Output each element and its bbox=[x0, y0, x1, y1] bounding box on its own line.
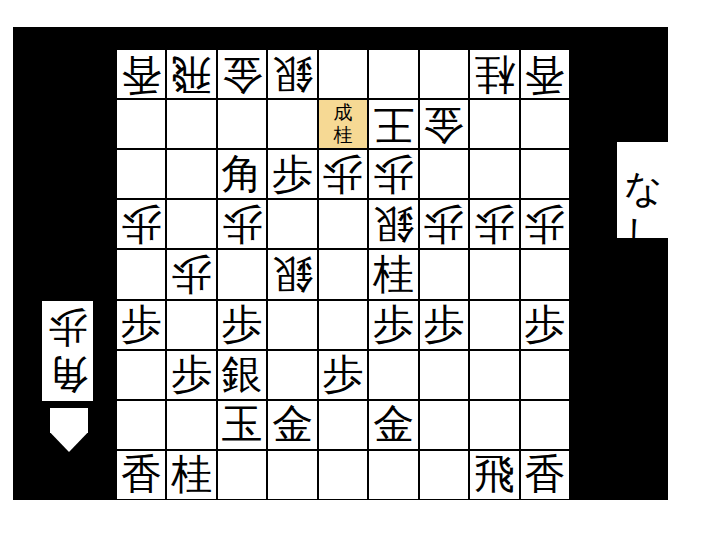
board-cell-r8c1[interactable] bbox=[117, 401, 165, 449]
board-cell-r1c5[interactable] bbox=[319, 50, 367, 98]
sente-piece: 桂 bbox=[373, 254, 414, 295]
board-cell-r3c1[interactable] bbox=[117, 150, 165, 198]
board-cell-r4c5[interactable] bbox=[319, 200, 367, 248]
board-cell-r1c7[interactable] bbox=[420, 50, 468, 98]
board-cell-r3c8[interactable] bbox=[470, 150, 518, 198]
board-cell-r7c1[interactable] bbox=[117, 351, 165, 399]
board-cell-r1c8[interactable]: 桂 bbox=[470, 50, 518, 98]
board-cell-r5c6[interactable]: 桂 bbox=[369, 250, 417, 298]
sente-piece: 角 bbox=[222, 154, 263, 195]
sente-piece: 歩 bbox=[222, 304, 263, 345]
board-cell-r1c1[interactable]: 香 bbox=[117, 50, 165, 98]
board-cell-r2c7[interactable]: 金 bbox=[420, 100, 468, 148]
board-cell-r4c8[interactable]: 歩 bbox=[470, 200, 518, 248]
board-cell-r9c9[interactable]: 香 bbox=[521, 451, 569, 499]
sente-piece: 歩 bbox=[322, 354, 363, 395]
board-cell-r4c4[interactable] bbox=[268, 200, 316, 248]
sente-piece: 飛 bbox=[474, 454, 515, 495]
gote-piece: 歩 bbox=[474, 204, 515, 245]
sente-piece: 成桂 bbox=[333, 102, 352, 146]
sente-piece: 玉 bbox=[222, 404, 263, 445]
board-cell-r1c3[interactable]: 金 bbox=[218, 50, 266, 98]
board-cell-r9c6[interactable] bbox=[369, 451, 417, 499]
gote-piece: 金 bbox=[222, 54, 263, 95]
board-cell-r6c6[interactable]: 歩 bbox=[369, 301, 417, 349]
board-cell-r2c9[interactable] bbox=[521, 100, 569, 148]
board-cell-r4c6[interactable]: 銀 bbox=[369, 200, 417, 248]
board-cell-r6c7[interactable]: 歩 bbox=[420, 301, 468, 349]
sente-hand-none-label: なし bbox=[622, 144, 664, 237]
board-cell-r2c8[interactable] bbox=[470, 100, 518, 148]
sente-piece: 歩 bbox=[524, 304, 565, 345]
board-cell-r6c8[interactable] bbox=[470, 301, 518, 349]
board-cell-r6c3[interactable]: 歩 bbox=[218, 301, 266, 349]
sente-piece: 香 bbox=[121, 454, 162, 495]
board-cell-r8c3[interactable]: 玉 bbox=[218, 401, 266, 449]
board-cell-r1c9[interactable]: 香 bbox=[521, 50, 569, 98]
board-cell-r3c5[interactable]: 歩 bbox=[319, 150, 367, 198]
board-cell-r2c6[interactable]: 王 bbox=[369, 100, 417, 148]
board-cell-r5c5[interactable] bbox=[319, 250, 367, 298]
board-cell-r1c4[interactable]: 銀 bbox=[268, 50, 316, 98]
gote-hand-piece[interactable]: 歩 bbox=[48, 304, 88, 351]
gote-piece: 歩 bbox=[171, 254, 212, 295]
board-cell-r4c7[interactable]: 歩 bbox=[420, 200, 468, 248]
board-cell-r7c3[interactable]: 銀 bbox=[218, 351, 266, 399]
board-cell-r2c1[interactable] bbox=[117, 100, 165, 148]
board-cell-r7c4[interactable] bbox=[268, 351, 316, 399]
board-cell-r7c7[interactable] bbox=[420, 351, 468, 399]
board-cell-r3c9[interactable] bbox=[521, 150, 569, 198]
gote-hand-box[interactable]: 歩角 bbox=[42, 301, 93, 401]
sente-piece: 銀 bbox=[222, 354, 263, 395]
sente-piece: 歩 bbox=[272, 154, 313, 195]
shogi-board: 香飛金銀桂香成桂王金角歩歩歩歩歩銀歩歩歩歩銀桂歩歩歩歩歩歩銀歩玉金金香桂飛香 bbox=[117, 50, 569, 499]
board-cell-r8c7[interactable] bbox=[420, 401, 468, 449]
board-cell-r8c2[interactable] bbox=[167, 401, 215, 449]
board-cell-r1c2[interactable]: 飛 bbox=[167, 50, 215, 98]
gote-piece: 歩 bbox=[322, 154, 363, 195]
gote-piece: 歩 bbox=[373, 154, 414, 195]
gote-piece: 歩 bbox=[222, 204, 263, 245]
board-cell-r9c1[interactable]: 香 bbox=[117, 451, 165, 499]
sente-piece: 歩 bbox=[121, 304, 162, 345]
gote-piece: 香 bbox=[121, 54, 162, 95]
board-cell-r9c2[interactable]: 桂 bbox=[167, 451, 215, 499]
board-cell-r5c7[interactable] bbox=[420, 250, 468, 298]
board-cell-r7c9[interactable] bbox=[521, 351, 569, 399]
sente-piece: 歩 bbox=[373, 304, 414, 345]
sente-piece: 金 bbox=[272, 404, 313, 445]
board-cell-r4c3[interactable]: 歩 bbox=[218, 200, 266, 248]
board-cell-r6c2[interactable] bbox=[167, 301, 215, 349]
gote-piece: 飛 bbox=[171, 54, 212, 95]
board-cell-r8c5[interactable] bbox=[319, 401, 367, 449]
board-cell-r6c5[interactable] bbox=[319, 301, 367, 349]
board-cell-r9c8[interactable]: 飛 bbox=[470, 451, 518, 499]
board-cell-r6c1[interactable]: 歩 bbox=[117, 301, 165, 349]
gote-piece: 歩 bbox=[121, 204, 162, 245]
board-cell-r9c3[interactable] bbox=[218, 451, 266, 499]
board-cell-r4c9[interactable]: 歩 bbox=[521, 200, 569, 248]
board-cell-r3c4[interactable]: 歩 bbox=[268, 150, 316, 198]
board-cell-r7c2[interactable]: 歩 bbox=[167, 351, 215, 399]
board-cell-r1c6[interactable] bbox=[369, 50, 417, 98]
gote-piece: 歩 bbox=[423, 204, 464, 245]
board-cell-r8c6[interactable]: 金 bbox=[369, 401, 417, 449]
gote-piece: 歩 bbox=[524, 204, 565, 245]
board-cell-r3c7[interactable] bbox=[420, 150, 468, 198]
board-cell-r5c4[interactable]: 銀 bbox=[268, 250, 316, 298]
board-cell-r7c6[interactable] bbox=[369, 351, 417, 399]
board-cell-r8c8[interactable] bbox=[470, 401, 518, 449]
board-cell-r6c4[interactable] bbox=[268, 301, 316, 349]
board-cell-r3c2[interactable] bbox=[167, 150, 215, 198]
board-cell-r9c7[interactable] bbox=[420, 451, 468, 499]
gote-piece: 王 bbox=[373, 104, 414, 145]
board-cell-r9c5[interactable] bbox=[319, 451, 367, 499]
sente-piece: 桂 bbox=[171, 454, 212, 495]
board-cell-r5c3[interactable] bbox=[218, 250, 266, 298]
board-cell-r5c9[interactable] bbox=[521, 250, 569, 298]
board-cell-r2c3[interactable] bbox=[218, 100, 266, 148]
gote-piece: 銀 bbox=[373, 204, 414, 245]
board-cell-r7c8[interactable] bbox=[470, 351, 518, 399]
gote-piece: 香 bbox=[524, 54, 565, 95]
board-cell-r4c1[interactable]: 歩 bbox=[117, 200, 165, 248]
board-cell-r2c5[interactable]: 成桂 bbox=[319, 100, 367, 148]
sente-hand-box: なし bbox=[617, 142, 668, 238]
board-cell-r4c2[interactable] bbox=[167, 200, 215, 248]
sente-piece: 歩 bbox=[171, 354, 212, 395]
sente-piece: 歩 bbox=[423, 304, 464, 345]
gote-piece: 銀 bbox=[272, 54, 313, 95]
page: { "game": "shogi", "position": { "sfen":… bbox=[0, 0, 719, 552]
board-cell-r9c4[interactable] bbox=[268, 451, 316, 499]
gote-hand-piece[interactable]: 角 bbox=[48, 351, 88, 398]
gote-piece: 桂 bbox=[474, 54, 515, 95]
board-cell-r6c9[interactable]: 歩 bbox=[521, 301, 569, 349]
sente-piece: 金 bbox=[373, 404, 414, 445]
gote-piece: 金 bbox=[423, 104, 464, 145]
board-cell-r5c8[interactable] bbox=[470, 250, 518, 298]
board-cell-r2c2[interactable] bbox=[167, 100, 215, 148]
gote-piece: 銀 bbox=[272, 254, 313, 295]
board-cell-r8c9[interactable] bbox=[521, 401, 569, 449]
board-cell-r3c6[interactable]: 歩 bbox=[369, 150, 417, 198]
board-cell-r5c2[interactable]: 歩 bbox=[167, 250, 215, 298]
board-cell-r7c5[interactable]: 歩 bbox=[319, 351, 367, 399]
sente-piece: 香 bbox=[524, 454, 565, 495]
board-cell-r5c1[interactable] bbox=[117, 250, 165, 298]
board-cell-r3c3[interactable]: 角 bbox=[218, 150, 266, 198]
board-cell-r2c4[interactable] bbox=[268, 100, 316, 148]
board-cell-r8c4[interactable]: 金 bbox=[268, 401, 316, 449]
